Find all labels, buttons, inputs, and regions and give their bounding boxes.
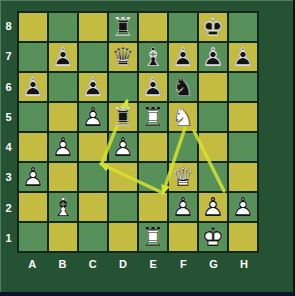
white-rook[interactable]: ♜♖: [139, 103, 167, 131]
square-h5[interactable]: [229, 103, 257, 131]
square-c3[interactable]: [79, 163, 107, 191]
black-rook[interactable]: ♜♖: [109, 13, 137, 41]
black-pawn[interactable]: ♟♙: [79, 73, 107, 101]
square-e5[interactable]: ♜♖: [139, 103, 167, 131]
square-a2[interactable]: [19, 193, 47, 221]
black-pawn-outline-icon: ♙: [169, 43, 197, 71]
rank-label-5: 5: [0, 102, 17, 132]
file-label-c: C: [78, 258, 108, 274]
square-c4[interactable]: [79, 133, 107, 161]
square-h8[interactable]: [229, 13, 257, 41]
square-c7[interactable]: [79, 43, 107, 71]
square-d2[interactable]: [109, 193, 137, 221]
white-rook-outline-icon: ♖: [139, 223, 167, 251]
square-c1[interactable]: [79, 223, 107, 251]
square-a3[interactable]: ♟♙: [19, 163, 47, 191]
white-pawn[interactable]: ♟♙: [19, 163, 47, 191]
square-e7[interactable]: ♝♗: [139, 43, 167, 71]
square-a5[interactable]: [19, 103, 47, 131]
black-knight-outline-icon: ♘: [169, 73, 197, 101]
black-pawn[interactable]: ♟♙: [169, 43, 197, 71]
rank-label-8: 8: [0, 11, 17, 41]
square-g1[interactable]: ♚♔: [199, 223, 227, 251]
square-e4[interactable]: [139, 133, 167, 161]
white-rook[interactable]: ♜♖: [139, 223, 167, 251]
square-h3[interactable]: [229, 163, 257, 191]
square-c2[interactable]: [79, 193, 107, 221]
rank-label-3: 3: [0, 162, 17, 192]
white-bishop[interactable]: ♝♗: [49, 193, 77, 221]
white-pawn-outline-icon: ♙: [19, 163, 47, 191]
black-queen-outline-icon: ♕: [109, 43, 137, 71]
rank-label-1: 1: [0, 223, 17, 253]
square-f7[interactable]: ♟♙: [169, 43, 197, 71]
square-f5[interactable]: ♞♘: [169, 103, 197, 131]
white-knight-outline-icon: ♘: [169, 103, 197, 131]
black-rook-outline-icon: ♖: [109, 103, 137, 131]
square-a7[interactable]: [19, 43, 47, 71]
white-pawn-outline-icon: ♙: [79, 103, 107, 131]
black-king-outline-icon: ♔: [199, 13, 227, 41]
file-label-f: F: [168, 258, 198, 274]
square-b2[interactable]: ♝♗: [49, 193, 77, 221]
square-d1[interactable]: [109, 223, 137, 251]
rank-label-4: 4: [0, 132, 17, 162]
square-d4[interactable]: ♟♙: [109, 133, 137, 161]
white-queen-outline-icon: ♕: [169, 163, 197, 191]
file-label-g: G: [199, 258, 229, 274]
square-f6[interactable]: ♞♘: [169, 73, 197, 101]
square-c5[interactable]: ♟♙: [79, 103, 107, 131]
white-pawn[interactable]: ♟♙: [79, 103, 107, 131]
square-f4[interactable]: [169, 133, 197, 161]
chess-board: ♜♖♚♔♟♙♛♕♝♗♟♙♟♙♟♙♟♙♟♙♟♙♞♘♟♙♜♖♜♖♞♘♟♙♟♙♟♙♛♕…: [17, 11, 259, 253]
square-g3[interactable]: [199, 163, 227, 191]
file-label-b: B: [47, 258, 77, 274]
square-e3[interactable]: [139, 163, 167, 191]
board-frame: 87654321 ♜♖♚♔♟♙♛♕♝♗♟♙♟♙♟♙♟♙♟♙♟♙♞♘♟♙♜♖♜♖♞…: [0, 0, 295, 296]
black-knight[interactable]: ♞♘: [169, 73, 197, 101]
square-d5[interactable]: ♜♖: [109, 103, 137, 131]
square-a4[interactable]: [19, 133, 47, 161]
square-b8[interactable]: [49, 13, 77, 41]
square-d6[interactable]: [109, 73, 137, 101]
black-pawn-outline-icon: ♙: [199, 43, 227, 71]
rank-labels: 87654321: [0, 11, 17, 253]
rank-label-6: 6: [0, 72, 17, 102]
square-b3[interactable]: [49, 163, 77, 191]
white-pawn-outline-icon: ♙: [109, 133, 137, 161]
rank-label-7: 7: [0, 41, 17, 71]
black-bishop[interactable]: ♝♗: [139, 43, 167, 71]
white-pawn[interactable]: ♟♙: [199, 193, 227, 221]
white-pawn-outline-icon: ♙: [229, 193, 257, 221]
file-label-h: H: [229, 258, 259, 274]
square-h1[interactable]: [229, 223, 257, 251]
square-b7[interactable]: ♟♙: [49, 43, 77, 71]
square-c8[interactable]: [79, 13, 107, 41]
file-labels: ABCDEFGH: [17, 258, 259, 274]
white-rook-outline-icon: ♖: [139, 103, 167, 131]
black-pawn[interactable]: ♟♙: [19, 73, 47, 101]
square-e2[interactable]: [139, 193, 167, 221]
square-d8[interactable]: ♜♖: [109, 13, 137, 41]
square-h7[interactable]: ♟♙: [229, 43, 257, 71]
square-b5[interactable]: [49, 103, 77, 131]
black-pawn[interactable]: ♟♙: [139, 73, 167, 101]
square-f2[interactable]: ♟♙: [169, 193, 197, 221]
black-pawn[interactable]: ♟♙: [199, 43, 227, 71]
white-king[interactable]: ♚♔: [199, 223, 227, 251]
square-e6[interactable]: ♟♙: [139, 73, 167, 101]
square-h4[interactable]: [229, 133, 257, 161]
file-label-e: E: [138, 258, 168, 274]
black-pawn-outline-icon: ♙: [79, 73, 107, 101]
square-a1[interactable]: [19, 223, 47, 251]
black-rook-outline-icon: ♖: [109, 13, 137, 41]
white-king-outline-icon: ♔: [199, 223, 227, 251]
square-f3[interactable]: ♛♕: [169, 163, 197, 191]
black-pawn-outline-icon: ♙: [139, 73, 167, 101]
square-g6[interactable]: [199, 73, 227, 101]
white-pawn[interactable]: ♟♙: [49, 133, 77, 161]
white-pawn[interactable]: ♟♙: [169, 193, 197, 221]
square-f8[interactable]: [169, 13, 197, 41]
white-pawn-outline-icon: ♙: [199, 193, 227, 221]
file-label-a: A: [17, 258, 47, 274]
square-a6[interactable]: ♟♙: [19, 73, 47, 101]
black-queen[interactable]: ♛♕: [109, 43, 137, 71]
black-pawn[interactable]: ♟♙: [49, 43, 77, 71]
black-pawn-outline-icon: ♙: [229, 43, 257, 71]
black-bishop-outline-icon: ♗: [139, 43, 167, 71]
square-b1[interactable]: [49, 223, 77, 251]
black-rook[interactable]: ♜♖: [109, 103, 137, 131]
square-h6[interactable]: [229, 73, 257, 101]
square-g7[interactable]: ♟♙: [199, 43, 227, 71]
rank-label-2: 2: [0, 193, 17, 223]
white-pawn-outline-icon: ♙: [169, 193, 197, 221]
file-label-d: D: [108, 258, 138, 274]
white-knight[interactable]: ♞♘: [169, 103, 197, 131]
square-g8[interactable]: ♚♔: [199, 13, 227, 41]
white-pawn[interactable]: ♟♙: [109, 133, 137, 161]
square-c6[interactable]: ♟♙: [79, 73, 107, 101]
black-king[interactable]: ♚♔: [199, 13, 227, 41]
white-pawn[interactable]: ♟♙: [229, 193, 257, 221]
square-g2[interactable]: ♟♙: [199, 193, 227, 221]
black-pawn[interactable]: ♟♙: [229, 43, 257, 71]
square-d7[interactable]: ♛♕: [109, 43, 137, 71]
square-f1[interactable]: [169, 223, 197, 251]
white-queen[interactable]: ♛♕: [169, 163, 197, 191]
square-d3[interactable]: [109, 163, 137, 191]
black-pawn-outline-icon: ♙: [49, 43, 77, 71]
square-g5[interactable]: [199, 103, 227, 131]
square-e8[interactable]: [139, 13, 167, 41]
square-e1[interactable]: ♜♖: [139, 223, 167, 251]
square-b4[interactable]: ♟♙: [49, 133, 77, 161]
white-pawn-outline-icon: ♙: [49, 133, 77, 161]
square-b6[interactable]: [49, 73, 77, 101]
square-a8[interactable]: [19, 13, 47, 41]
white-bishop-outline-icon: ♗: [49, 193, 77, 221]
square-g4[interactable]: [199, 133, 227, 161]
black-pawn-outline-icon: ♙: [19, 73, 47, 101]
square-h2[interactable]: ♟♙: [229, 193, 257, 221]
